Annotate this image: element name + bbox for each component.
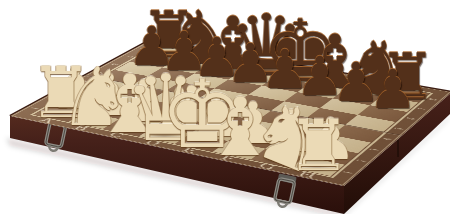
pieces-layer: ♜♞♟♝♟♛♟♚♟♝♟♞♟♜♟♟♟♟♜♟♞♟♝♟♛♟♚♟♝♟♞♜ xyxy=(0,0,450,214)
piece-white-rook: ♜ xyxy=(287,111,350,181)
chess-set-scene: ABCDEFGHABCDEFGH8765432187654321 ♜♞♟♝♟♛♟… xyxy=(0,0,450,214)
piece-black-pawn: ♟ xyxy=(369,62,417,116)
